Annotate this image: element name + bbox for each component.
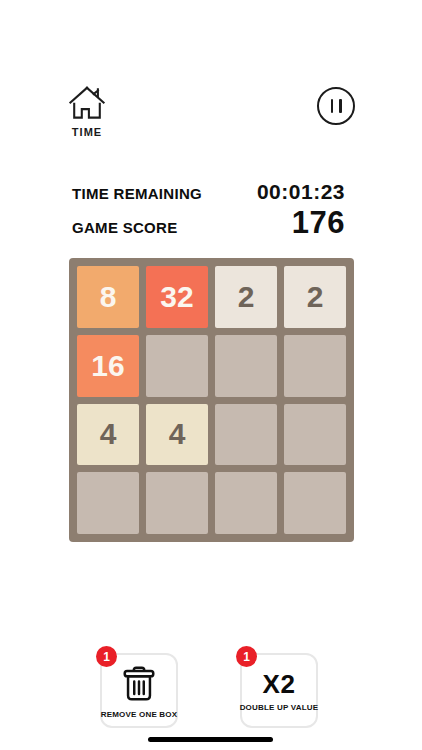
tile-32: 32 [146, 266, 208, 328]
empty-cell [284, 472, 346, 534]
double-up-value-label: DOUBLE UP VALUE [240, 703, 319, 712]
time-remaining-value: 00:01:23 [257, 180, 345, 204]
home-indicator[interactable] [148, 737, 273, 742]
pause-button[interactable] [317, 87, 355, 125]
home-button[interactable]: TIME [64, 84, 110, 138]
tile-4: 4 [146, 404, 208, 466]
trash-icon [118, 663, 160, 707]
tile-16: 16 [77, 335, 139, 397]
empty-cell [146, 335, 208, 397]
remove-one-box-button[interactable]: 1 REMOVE ONE BOX [100, 653, 178, 728]
tile-4: 4 [77, 404, 139, 466]
game-score-label: GAME SCORE [72, 219, 178, 236]
tile-2: 2 [215, 266, 277, 328]
empty-cell [77, 472, 139, 534]
x2-text: X2 [263, 669, 296, 700]
tile-2: 2 [284, 266, 346, 328]
empty-cell [284, 404, 346, 466]
double-up-value-badge: 1 [236, 646, 257, 667]
empty-cell [215, 335, 277, 397]
time-remaining-label: TIME REMAINING [72, 185, 202, 202]
home-icon [64, 84, 110, 120]
remove-one-box-label: REMOVE ONE BOX [101, 710, 178, 719]
game-board[interactable]: 832221644 [69, 258, 354, 542]
tile-8: 8 [77, 266, 139, 328]
pause-icon [331, 99, 342, 113]
mode-label: TIME [64, 126, 110, 138]
double-up-value-button[interactable]: 1 X2 DOUBLE UP VALUE [240, 653, 318, 728]
empty-cell [215, 472, 277, 534]
empty-cell [215, 404, 277, 466]
game-score-value: 176 [292, 205, 345, 241]
empty-cell [284, 335, 346, 397]
empty-cell [146, 472, 208, 534]
remove-one-box-badge: 1 [96, 646, 117, 667]
stats-panel: TIME REMAINING 00:01:23 GAME SCORE 176 [72, 180, 345, 238]
